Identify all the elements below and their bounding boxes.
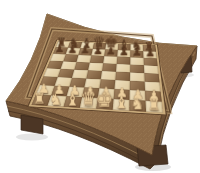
piece-stand: ♟ [143, 51, 157, 58]
black-pawn-piece: ♟ [132, 48, 142, 59]
piece-stand: ♜ [146, 101, 163, 113]
black-pawn-piece: ♟ [80, 45, 90, 56]
white-bishop-piece: ♝ [114, 94, 129, 111]
white-knight-piece: ♞ [131, 96, 145, 111]
square-g7: ♟ [130, 51, 143, 58]
piece-stand: ♟ [117, 50, 130, 57]
white-rook-piece: ♜ [148, 98, 161, 113]
black-pawn-piece: ♟ [55, 44, 64, 55]
square-g4 [130, 72, 145, 81]
piece-stand: ♞ [129, 100, 146, 112]
black-pawn-piece: ♟ [145, 48, 155, 59]
black-pawn-piece: ♟ [119, 47, 129, 58]
black-pawn-piece: ♟ [68, 45, 77, 56]
square-d5 [88, 63, 103, 71]
black-pawn-piece: ♟ [93, 46, 103, 57]
square-c4 [72, 70, 88, 79]
square-f7: ♟ [117, 50, 130, 57]
white-knight-piece: ♞ [49, 92, 63, 107]
black-pawn-piece: ♟ [106, 46, 116, 57]
square-e5 [102, 63, 117, 71]
piece-stand: ♚ [96, 98, 113, 110]
piece-stand: ♟ [91, 49, 105, 56]
square-f1: ♝ [113, 99, 130, 111]
piece-stand: ♟ [130, 51, 143, 58]
square-e7: ♟ [104, 49, 118, 56]
carved-chess-set-photo: ♜♞♝♛♚♝♞♜♟♟♟♟♟♟♟♟♟♟♟♟♟♟♟♟♜♞♝♛♚♝♞♜ [0, 0, 200, 173]
white-queen-piece: ♛ [80, 91, 96, 109]
white-king-piece: ♚ [96, 90, 114, 110]
ground-shadow-left [16, 134, 48, 141]
square-d7: ♟ [91, 49, 105, 56]
piece-stand: ♟ [104, 49, 118, 56]
square-h7: ♟ [143, 51, 157, 58]
piece-stand: ♝ [113, 99, 130, 111]
white-bishop-piece: ♝ [65, 92, 80, 108]
square-h1: ♜ [146, 101, 163, 113]
square-g1: ♞ [129, 100, 146, 112]
square-e1: ♚ [96, 98, 113, 110]
white-rook-piece: ♜ [33, 91, 46, 105]
